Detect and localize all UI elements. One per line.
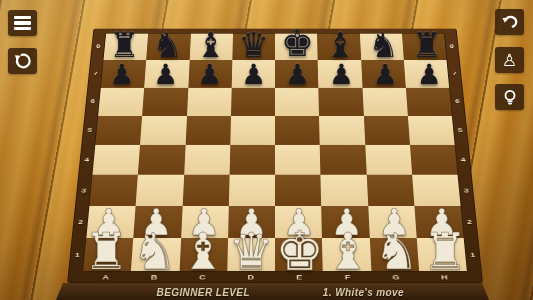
menu-button[interactable] xyxy=(8,10,37,36)
status-bar: BEGINNER LEVEL 1. White's move xyxy=(56,283,489,300)
rank-label-5: 5 xyxy=(453,116,468,145)
square-d4[interactable] xyxy=(229,145,275,175)
square-e6[interactable] xyxy=(275,87,319,115)
square-d6[interactable] xyxy=(231,87,275,115)
square-f5[interactable] xyxy=(319,116,365,145)
square-d5[interactable] xyxy=(230,116,275,145)
pawn-icon: ♙ xyxy=(502,52,517,69)
hamburger-icon xyxy=(14,16,31,31)
square-b5[interactable] xyxy=(140,116,186,145)
square-c4[interactable] xyxy=(184,145,230,175)
square-h5[interactable] xyxy=(408,116,455,145)
square-e5[interactable] xyxy=(275,116,320,145)
square-b6[interactable] xyxy=(142,87,188,115)
square-b4[interactable] xyxy=(138,145,185,175)
rotate-icon xyxy=(13,51,33,71)
lightbulb-icon xyxy=(500,87,520,108)
rank-label-6: 6 xyxy=(450,87,465,115)
rank-label-3: 3 xyxy=(459,175,475,206)
square-a6[interactable] xyxy=(98,87,144,115)
rank-label-4: 4 xyxy=(456,145,471,175)
piece-style-button[interactable]: ♙ xyxy=(495,47,524,73)
square-c5[interactable] xyxy=(185,116,231,145)
level-label: BEGINNER LEVEL xyxy=(157,286,250,297)
square-a5[interactable] xyxy=(95,116,142,145)
undo-button[interactable] xyxy=(495,9,524,35)
square-f4[interactable] xyxy=(320,145,366,175)
square-g4[interactable] xyxy=(365,145,412,175)
rotate-board-button[interactable] xyxy=(8,48,37,74)
square-h4[interactable] xyxy=(410,145,458,175)
square-f6[interactable] xyxy=(319,87,364,115)
square-g5[interactable] xyxy=(363,116,409,145)
square-h6[interactable] xyxy=(406,87,452,115)
square-a4[interactable] xyxy=(92,145,140,175)
piece-black-pawn-h7[interactable]: ♟ xyxy=(401,61,456,89)
hint-button[interactable] xyxy=(495,84,524,110)
move-indicator: 1. White's move xyxy=(323,286,404,297)
square-e4[interactable] xyxy=(275,145,321,175)
square-c6[interactable] xyxy=(187,87,232,115)
undo-arrow-icon xyxy=(499,12,520,32)
piece-white-rook-h1[interactable]: ♜ xyxy=(394,227,495,278)
piece-black-rook-h8[interactable]: ♜ xyxy=(393,28,461,62)
square-g6[interactable] xyxy=(362,87,408,115)
